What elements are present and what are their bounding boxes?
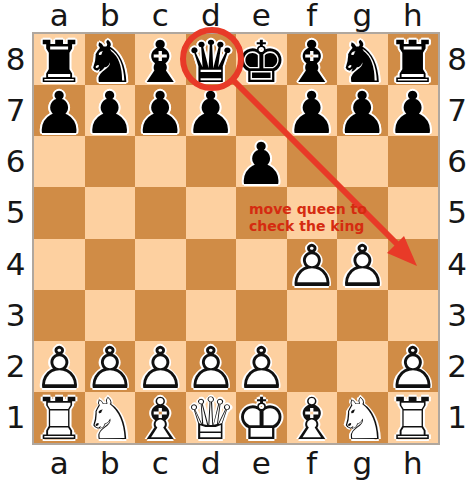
rank-label-6: 6 — [440, 136, 474, 187]
black-pawn[interactable]: ♟ — [85, 87, 135, 138]
annotation-text-line2: check the king — [249, 218, 367, 235]
square-h4[interactable] — [388, 239, 439, 290]
white-pawn[interactable]: ♟♙ — [287, 241, 337, 292]
rank-label-5: 5 — [440, 187, 474, 238]
white-rook-outline: ♖ — [388, 394, 438, 445]
square-h7[interactable]: ♟ — [388, 85, 439, 136]
square-h3[interactable] — [388, 290, 439, 341]
black-pawn[interactable]: ♟ — [388, 87, 438, 138]
white-king[interactable]: ♚♔ — [236, 394, 286, 445]
square-a7[interactable]: ♟ — [34, 85, 85, 136]
square-d2[interactable]: ♟♙ — [186, 341, 237, 392]
file-label-b: b — [85, 0, 136, 31]
white-bishop-outline: ♗ — [287, 394, 337, 445]
white-bishop[interactable]: ♝♗ — [287, 394, 337, 445]
rank-label-4: 4 — [0, 239, 31, 290]
white-bishop[interactable]: ♝♗ — [135, 394, 185, 445]
square-b5[interactable] — [85, 187, 136, 238]
white-rook[interactable]: ♜♖ — [388, 394, 438, 445]
file-label-g: g — [337, 0, 388, 31]
annotation-text-line1: move queen to — [249, 201, 367, 218]
black-pawn[interactable]: ♟ — [186, 87, 236, 138]
rank-label-8: 8 — [0, 34, 31, 85]
white-queen-outline: ♕ — [186, 394, 236, 445]
file-label-d: d — [186, 0, 237, 31]
white-pawn-outline: ♙ — [287, 241, 337, 292]
black-pawn[interactable]: ♟ — [337, 87, 387, 138]
rank-label-3: 3 — [0, 290, 31, 341]
square-a1[interactable]: ♜♖ — [34, 392, 85, 443]
square-g7[interactable]: ♟ — [337, 85, 388, 136]
square-f2[interactable] — [287, 341, 338, 392]
square-e4[interactable] — [236, 239, 287, 290]
square-f4[interactable]: ♟♙ — [287, 239, 338, 290]
white-king-outline: ♔ — [236, 394, 286, 445]
square-d7[interactable]: ♟ — [186, 85, 237, 136]
chess-board[interactable]: ♜♞♝♛♚♝♞♜♟♟♟♟♟♟♟♟♟♙♟♙♟♙♟♙♟♙♟♙♟♙♟♙♜♖♞♘♝♗♛♕… — [32, 32, 440, 445]
square-c8[interactable]: ♝ — [135, 34, 186, 85]
rank-label-4: 4 — [440, 239, 474, 290]
white-rook-outline: ♖ — [34, 394, 84, 445]
square-b8[interactable]: ♞ — [85, 34, 136, 85]
square-g2[interactable] — [337, 341, 388, 392]
square-c5[interactable] — [135, 187, 186, 238]
square-c1[interactable]: ♝♗ — [135, 392, 186, 443]
annotation-text: move queen to check the king — [249, 201, 367, 235]
square-h8[interactable]: ♜ — [388, 34, 439, 85]
file-label-h: h — [388, 0, 439, 31]
white-pawn-outline: ♙ — [337, 241, 387, 292]
rank-label-2: 2 — [0, 341, 31, 392]
black-pawn[interactable]: ♟ — [135, 87, 185, 138]
black-pawn[interactable]: ♟ — [236, 138, 286, 189]
rank-label-8: 8 — [440, 34, 474, 85]
square-f7[interactable]: ♟ — [287, 85, 338, 136]
square-d3[interactable] — [186, 290, 237, 341]
square-h5[interactable] — [388, 187, 439, 238]
square-h2[interactable]: ♟♙ — [388, 341, 439, 392]
square-e2[interactable]: ♟♙ — [236, 341, 287, 392]
rank-label-1: 1 — [0, 392, 31, 443]
white-knight[interactable]: ♞♘ — [337, 394, 387, 445]
rank-label-1: 1 — [440, 392, 474, 443]
square-d8[interactable]: ♛ — [186, 34, 237, 85]
square-b3[interactable] — [85, 290, 136, 341]
file-label-c: c — [135, 0, 186, 31]
file-label-e: e — [236, 0, 287, 31]
file-label-a: a — [34, 0, 85, 31]
square-e1[interactable]: ♚♔ — [236, 392, 287, 443]
square-f8[interactable]: ♝ — [287, 34, 338, 85]
white-pawn[interactable]: ♟♙ — [337, 241, 387, 292]
rank-label-6: 6 — [0, 136, 31, 187]
square-f1[interactable]: ♝♗ — [287, 392, 338, 443]
rank-label-7: 7 — [0, 85, 31, 136]
black-pawn[interactable]: ♟ — [287, 87, 337, 138]
white-knight-outline: ♘ — [337, 394, 387, 445]
white-queen[interactable]: ♛♕ — [186, 394, 236, 445]
square-c7[interactable]: ♟ — [135, 85, 186, 136]
rank-label-5: 5 — [0, 187, 31, 238]
square-g8[interactable]: ♞ — [337, 34, 388, 85]
square-b4[interactable] — [85, 239, 136, 290]
square-d1[interactable]: ♛♕ — [186, 392, 237, 443]
black-king[interactable]: ♚ — [236, 36, 286, 87]
square-e3[interactable] — [236, 290, 287, 341]
square-c3[interactable] — [135, 290, 186, 341]
rank-labels-right: 87654321 — [440, 34, 474, 443]
square-a4[interactable] — [34, 239, 85, 290]
square-c4[interactable] — [135, 239, 186, 290]
white-bishop-outline: ♗ — [135, 394, 185, 445]
square-e8[interactable]: ♚ — [236, 34, 287, 85]
square-e6[interactable]: ♟ — [236, 136, 287, 187]
file-labels-top: abcdefgh — [34, 0, 438, 31]
square-g1[interactable]: ♞♘ — [337, 392, 388, 443]
black-pawn[interactable]: ♟ — [34, 87, 84, 138]
rank-label-2: 2 — [440, 341, 474, 392]
rank-label-3: 3 — [440, 290, 474, 341]
square-b7[interactable]: ♟ — [85, 85, 136, 136]
square-b1[interactable]: ♞♘ — [85, 392, 136, 443]
square-a3[interactable] — [34, 290, 85, 341]
white-knight[interactable]: ♞♘ — [85, 394, 135, 445]
square-d4[interactable] — [186, 239, 237, 290]
file-label-f: f — [287, 0, 338, 31]
rank-labels-left: 87654321 — [0, 34, 31, 443]
square-h1[interactable]: ♜♖ — [388, 392, 439, 443]
square-g4[interactable]: ♟♙ — [337, 239, 388, 290]
square-a2[interactable]: ♟♙ — [34, 341, 85, 392]
rank-label-7: 7 — [440, 85, 474, 136]
white-rook[interactable]: ♜♖ — [34, 394, 84, 445]
square-b2[interactable]: ♟♙ — [85, 341, 136, 392]
chess-diagram: abcdefgh abcdefgh 87654321 87654321 ♜♞♝♛… — [0, 0, 474, 482]
white-knight-outline: ♘ — [85, 394, 135, 445]
square-a8[interactable]: ♜ — [34, 34, 85, 85]
square-c2[interactable]: ♟♙ — [135, 341, 186, 392]
square-a5[interactable] — [34, 187, 85, 238]
square-d5[interactable] — [186, 187, 237, 238]
